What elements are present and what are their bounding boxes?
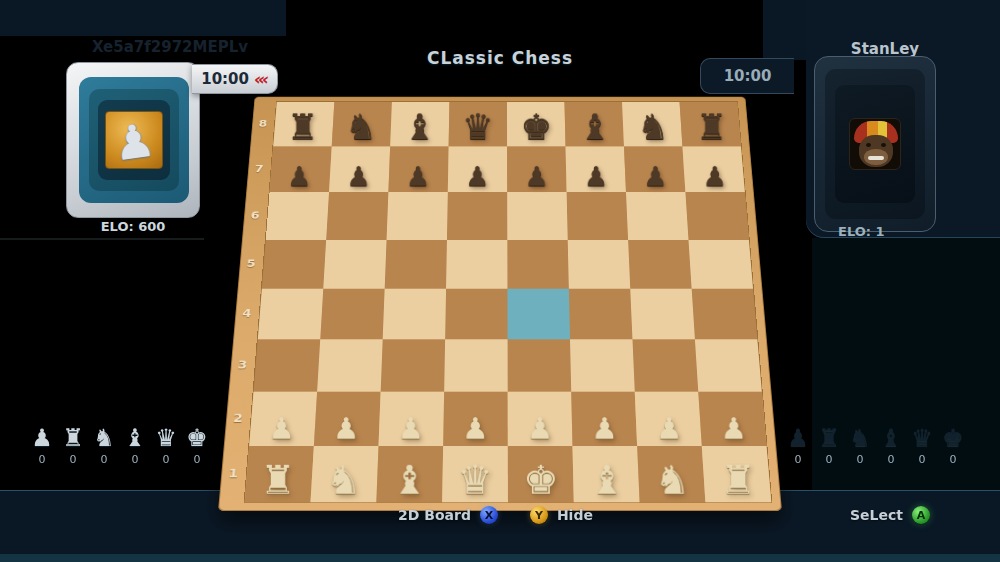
captured-white-rook: ♜0 bbox=[61, 426, 85, 466]
captured-black-bishop: ♝0 bbox=[879, 426, 903, 466]
piece-white-pawn[interactable]: ♟ bbox=[269, 414, 295, 443]
piece-black-pawn[interactable]: ♟ bbox=[287, 163, 311, 190]
captured-white-pawn: ♟0 bbox=[30, 426, 54, 466]
square-b6[interactable] bbox=[326, 192, 388, 239]
square-g7[interactable]: ♟ bbox=[624, 146, 685, 192]
square-b3[interactable] bbox=[317, 339, 383, 391]
rook-icon: ♜ bbox=[818, 426, 840, 450]
piece-white-pawn[interactable]: ♟ bbox=[592, 414, 618, 443]
square-e6[interactable] bbox=[507, 192, 568, 239]
square-a6[interactable] bbox=[266, 192, 329, 239]
square-h6[interactable] bbox=[685, 192, 748, 239]
right-player-panel bbox=[814, 56, 936, 232]
captured-white-bishop: ♝0 bbox=[123, 426, 147, 466]
square-a4[interactable] bbox=[258, 289, 323, 340]
piece-white-king[interactable]: ♚ bbox=[523, 460, 559, 500]
square-f4[interactable] bbox=[569, 289, 633, 340]
king-icon: ♚ bbox=[942, 426, 964, 450]
square-g5[interactable] bbox=[628, 240, 692, 289]
chess-board[interactable]: 87654321 ♜♞♝♛♚♝♞♜♟♟♟♟♟♟♟♟♟♟♟♟♟♟♟♟♜♞♝♛♚♝♞… bbox=[218, 97, 782, 511]
square-h8[interactable]: ♜ bbox=[680, 102, 741, 146]
captured-white-king: ♚0 bbox=[185, 426, 209, 466]
left-seam-line bbox=[0, 238, 204, 240]
king-icon: ♚ bbox=[186, 426, 208, 450]
piece-white-bishop[interactable]: ♝ bbox=[589, 460, 625, 500]
xbox-a-button-icon[interactable]: A bbox=[912, 506, 930, 524]
captured-white-queen: ♛0 bbox=[154, 426, 178, 466]
square-g8[interactable]: ♞ bbox=[622, 102, 682, 146]
top-band-left bbox=[0, 0, 286, 36]
xbox-x-button-icon[interactable]: X bbox=[480, 506, 498, 524]
piece-white-pawn[interactable]: ♟ bbox=[721, 414, 747, 443]
white-piece-avatar-icon: ♟ bbox=[111, 116, 158, 167]
square-c1[interactable]: ♝ bbox=[376, 446, 443, 502]
piece-white-knight[interactable]: ♞ bbox=[655, 460, 691, 500]
square-g1[interactable]: ♞ bbox=[637, 446, 705, 502]
square-d5[interactable] bbox=[446, 240, 507, 289]
square-f2[interactable]: ♟ bbox=[571, 392, 637, 446]
left-avatar-frame: ♟ bbox=[79, 77, 189, 203]
captured-count: 0 bbox=[163, 453, 170, 466]
pawn-icon: ♟ bbox=[787, 426, 809, 450]
rank-label-5: 5 bbox=[239, 257, 262, 269]
square-a1[interactable]: ♜ bbox=[245, 446, 314, 502]
captured-count: 0 bbox=[194, 453, 201, 466]
piece-black-pawn[interactable]: ♟ bbox=[347, 163, 371, 190]
bishop-icon: ♝ bbox=[124, 426, 146, 450]
left-player-panel: ♟ bbox=[66, 62, 200, 218]
captured-count: 0 bbox=[888, 453, 895, 466]
piece-black-queen[interactable]: ♛ bbox=[462, 109, 494, 144]
square-d8[interactable]: ♛ bbox=[449, 102, 507, 146]
square-g6[interactable] bbox=[626, 192, 688, 239]
square-g2[interactable]: ♟ bbox=[635, 392, 702, 446]
captured-count: 0 bbox=[950, 453, 957, 466]
square-b5[interactable] bbox=[323, 240, 386, 289]
knight-icon: ♞ bbox=[849, 426, 871, 450]
piece-white-rook[interactable]: ♜ bbox=[720, 460, 756, 500]
square-d6[interactable] bbox=[447, 192, 507, 239]
square-e2[interactable]: ♟ bbox=[508, 392, 573, 446]
rank-label-4: 4 bbox=[235, 307, 259, 319]
square-a5[interactable] bbox=[262, 240, 326, 289]
square-a2[interactable]: ♟ bbox=[249, 392, 317, 446]
captured-tray-white: ♟0♜0♞0♝0♛0♚0 bbox=[30, 426, 209, 466]
square-b4[interactable] bbox=[320, 289, 384, 340]
board-squares: ♜♞♝♛♚♝♞♜♟♟♟♟♟♟♟♟♟♟♟♟♟♟♟♟♜♞♝♛♚♝♞♜ bbox=[245, 102, 772, 502]
bottom-hints-right: SeLect A bbox=[850, 506, 930, 524]
square-f7[interactable]: ♟ bbox=[566, 146, 626, 192]
bottom-edge-strip bbox=[0, 554, 1000, 562]
captured-count: 0 bbox=[795, 453, 802, 466]
square-b1[interactable]: ♞ bbox=[311, 446, 379, 502]
queen-icon: ♛ bbox=[911, 426, 933, 450]
hide-label: Hide bbox=[557, 507, 593, 523]
square-a8[interactable]: ♜ bbox=[273, 102, 334, 146]
square-e5[interactable] bbox=[507, 240, 569, 289]
square-d3[interactable] bbox=[444, 339, 508, 391]
square-g3[interactable] bbox=[632, 339, 698, 391]
captured-black-queen: ♛0 bbox=[910, 426, 934, 466]
rank-label-3: 3 bbox=[230, 358, 254, 371]
square-h4[interactable] bbox=[692, 289, 758, 340]
right-player-elo: ELO: 1 bbox=[814, 224, 936, 239]
captured-count: 0 bbox=[101, 453, 108, 466]
captured-white-knight: ♞0 bbox=[92, 426, 116, 466]
square-c2[interactable]: ♟ bbox=[379, 392, 445, 446]
piece-white-pawn[interactable]: ♟ bbox=[656, 414, 682, 443]
square-c5[interactable] bbox=[385, 240, 447, 289]
piece-black-pawn[interactable]: ♟ bbox=[703, 163, 727, 190]
bottom-hints-center: 2D Board X Y Hide bbox=[398, 506, 593, 524]
piece-black-knight[interactable]: ♞ bbox=[637, 109, 669, 144]
bishop-icon: ♝ bbox=[880, 426, 902, 450]
rook-icon: ♜ bbox=[62, 426, 84, 450]
captured-count: 0 bbox=[857, 453, 864, 466]
captured-black-king: ♚0 bbox=[941, 426, 965, 466]
captured-tray-black: ♟0♜0♞0♝0♛0♚0 bbox=[786, 426, 965, 466]
board-2d-label: 2D Board bbox=[398, 507, 471, 523]
piece-black-pawn[interactable]: ♟ bbox=[643, 163, 667, 190]
piece-black-knight[interactable]: ♞ bbox=[345, 109, 377, 144]
square-f5[interactable] bbox=[568, 240, 631, 289]
square-h1[interactable]: ♜ bbox=[702, 446, 771, 502]
piece-white-queen[interactable]: ♛ bbox=[457, 460, 493, 500]
captured-black-rook: ♜0 bbox=[817, 426, 841, 466]
piece-black-bishop[interactable]: ♝ bbox=[404, 109, 436, 144]
square-c4[interactable] bbox=[383, 289, 446, 340]
left-player-avatar: ♟ bbox=[105, 111, 163, 169]
knight-icon: ♞ bbox=[93, 426, 115, 450]
square-d7[interactable]: ♟ bbox=[448, 146, 507, 192]
square-d4[interactable] bbox=[445, 289, 507, 340]
piece-white-knight[interactable]: ♞ bbox=[326, 460, 362, 500]
rank-label-1: 1 bbox=[221, 466, 246, 480]
square-f3[interactable] bbox=[570, 339, 635, 391]
square-h5[interactable] bbox=[688, 240, 753, 289]
rank-label-7: 7 bbox=[248, 163, 270, 174]
piece-black-king[interactable]: ♚ bbox=[520, 109, 552, 144]
piece-white-pawn[interactable]: ♟ bbox=[333, 414, 359, 443]
square-c8[interactable]: ♝ bbox=[390, 102, 449, 146]
square-c7[interactable]: ♟ bbox=[388, 146, 448, 192]
square-f8[interactable]: ♝ bbox=[565, 102, 624, 146]
piece-black-pawn[interactable]: ♟ bbox=[525, 163, 549, 190]
square-f6[interactable] bbox=[567, 192, 628, 239]
piece-black-pawn[interactable]: ♟ bbox=[465, 163, 489, 190]
square-e3[interactable] bbox=[508, 339, 572, 391]
piece-white-pawn[interactable]: ♟ bbox=[527, 414, 553, 443]
square-f1[interactable]: ♝ bbox=[572, 446, 639, 502]
square-b2[interactable]: ♟ bbox=[314, 392, 381, 446]
square-b8[interactable]: ♞ bbox=[332, 102, 392, 146]
captured-black-pawn: ♟0 bbox=[786, 426, 810, 466]
select-label: SeLect bbox=[850, 507, 903, 523]
board-scene: 87654321 ♜♞♝♛♚♝♞♜♟♟♟♟♟♟♟♟♟♟♟♟♟♟♟♟♜♞♝♛♚♝♞… bbox=[197, 60, 803, 515]
square-a7[interactable]: ♟ bbox=[270, 146, 332, 192]
captured-count: 0 bbox=[70, 453, 77, 466]
piece-black-rook[interactable]: ♜ bbox=[287, 109, 319, 144]
square-h7[interactable]: ♟ bbox=[682, 146, 744, 192]
square-e7[interactable]: ♟ bbox=[507, 146, 567, 192]
piece-black-pawn[interactable]: ♟ bbox=[406, 163, 430, 190]
square-d2[interactable]: ♟ bbox=[443, 392, 508, 446]
piece-black-rook[interactable]: ♜ bbox=[696, 109, 728, 144]
square-b7[interactable]: ♟ bbox=[329, 146, 390, 192]
square-e4[interactable] bbox=[507, 289, 570, 340]
piece-black-pawn[interactable]: ♟ bbox=[584, 163, 608, 190]
square-c6[interactable] bbox=[387, 192, 448, 239]
rank-label-6: 6 bbox=[244, 209, 267, 220]
xbox-y-button-icon[interactable]: Y bbox=[530, 506, 548, 524]
game-screen: CLassic Chess Xe5a7f2972MEPLv ♟ 10:00 ‹‹… bbox=[0, 0, 1000, 562]
captured-count: 0 bbox=[132, 453, 139, 466]
square-g4[interactable] bbox=[630, 289, 695, 340]
rank-label-8: 8 bbox=[252, 118, 274, 129]
piece-white-pawn[interactable]: ♟ bbox=[462, 414, 488, 443]
rank-label-2: 2 bbox=[226, 411, 250, 424]
square-h2[interactable]: ♟ bbox=[698, 392, 766, 446]
left-player-name: Xe5a7f2972MEPLv bbox=[70, 38, 270, 56]
square-e1[interactable]: ♚ bbox=[508, 446, 574, 502]
left-player-elo: ELO: 600 bbox=[66, 219, 200, 234]
piece-black-bishop[interactable]: ♝ bbox=[579, 109, 611, 144]
captured-count: 0 bbox=[826, 453, 833, 466]
piece-white-bishop[interactable]: ♝ bbox=[391, 460, 427, 500]
pawn-icon: ♟ bbox=[31, 426, 53, 450]
captured-count: 0 bbox=[919, 453, 926, 466]
captured-black-knight: ♞0 bbox=[848, 426, 872, 466]
piece-white-pawn[interactable]: ♟ bbox=[398, 414, 424, 443]
queen-icon: ♛ bbox=[155, 426, 177, 450]
square-h3[interactable] bbox=[695, 339, 762, 391]
square-c3[interactable] bbox=[381, 339, 445, 391]
captured-count: 0 bbox=[39, 453, 46, 466]
square-e8[interactable]: ♚ bbox=[507, 102, 566, 146]
piece-white-rook[interactable]: ♜ bbox=[260, 460, 296, 500]
right-player-avatar bbox=[849, 118, 901, 170]
square-a3[interactable] bbox=[254, 339, 321, 391]
square-d1[interactable]: ♛ bbox=[442, 446, 508, 502]
